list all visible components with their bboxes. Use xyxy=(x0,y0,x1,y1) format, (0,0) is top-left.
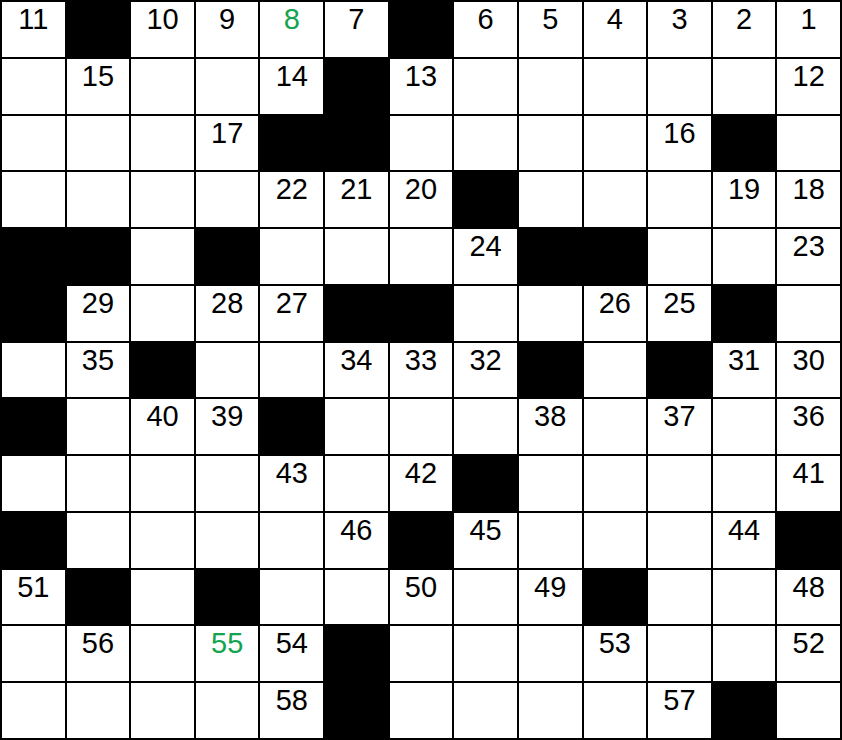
crossword-cell[interactable]: 42 xyxy=(390,456,453,511)
crossword-cell[interactable] xyxy=(131,683,194,738)
crossword-cell[interactable] xyxy=(131,59,194,114)
clue-number: 17 xyxy=(211,116,243,148)
crossword-cell[interactable]: 51 xyxy=(2,570,65,625)
clue-number-highlighted: 8 xyxy=(284,2,300,34)
clue-number: 35 xyxy=(82,343,114,375)
crossword-cell[interactable] xyxy=(2,172,65,227)
crossword-cell[interactable] xyxy=(260,343,323,398)
clue-number: 16 xyxy=(663,116,695,148)
block-cell xyxy=(713,683,776,738)
clue-number: 30 xyxy=(793,343,825,375)
crossword-cell[interactable] xyxy=(390,683,453,738)
crossword-cell[interactable]: 16 xyxy=(648,116,711,171)
crossword-cell[interactable]: 18 xyxy=(777,172,840,227)
clue-number: 26 xyxy=(599,286,631,318)
crossword-cell[interactable] xyxy=(648,229,711,284)
crossword-cell[interactable]: 32 xyxy=(454,343,517,398)
crossword-cell[interactable]: 39 xyxy=(196,399,259,454)
clue-number: 13 xyxy=(405,59,437,91)
crossword-cell[interactable] xyxy=(584,116,647,171)
crossword-cell[interactable] xyxy=(131,456,194,511)
crossword-cell[interactable] xyxy=(584,399,647,454)
block-cell xyxy=(196,570,259,625)
crossword-cell[interactable]: 57 xyxy=(648,683,711,738)
crossword-cell[interactable]: 44 xyxy=(713,513,776,568)
crossword-cell[interactable] xyxy=(67,399,130,454)
block-cell xyxy=(584,570,647,625)
crossword-cell[interactable]: 26 xyxy=(584,286,647,341)
crossword-cell[interactable] xyxy=(325,399,388,454)
crossword-cell[interactable] xyxy=(584,456,647,511)
clue-number: 3 xyxy=(671,2,687,34)
crossword-cell[interactable]: 45 xyxy=(454,513,517,568)
crossword-cell[interactable] xyxy=(260,513,323,568)
clue-number: 53 xyxy=(599,626,631,658)
crossword-cell[interactable]: 10 xyxy=(131,2,194,57)
crossword-cell[interactable] xyxy=(584,683,647,738)
crossword-cell[interactable] xyxy=(390,626,453,681)
crossword-cell[interactable] xyxy=(713,399,776,454)
crossword-cell[interactable] xyxy=(196,683,259,738)
crossword-cell[interactable]: 23 xyxy=(777,229,840,284)
crossword-cell[interactable] xyxy=(67,172,130,227)
crossword-cell[interactable] xyxy=(196,456,259,511)
crossword-cell[interactable]: 5 xyxy=(519,2,582,57)
clue-number: 49 xyxy=(534,570,566,602)
clue-number: 20 xyxy=(405,172,437,204)
crossword-cell[interactable] xyxy=(648,456,711,511)
crossword-cell[interactable] xyxy=(196,513,259,568)
clue-number: 31 xyxy=(728,343,760,375)
crossword-cell[interactable] xyxy=(713,626,776,681)
clue-number: 10 xyxy=(146,2,178,34)
clue-number: 32 xyxy=(469,343,501,375)
crossword-cell[interactable]: 34 xyxy=(325,343,388,398)
crossword-cell[interactable] xyxy=(584,343,647,398)
crossword-cell[interactable]: 56 xyxy=(67,626,130,681)
crossword-cell[interactable] xyxy=(454,116,517,171)
crossword-cell[interactable]: 13 xyxy=(390,59,453,114)
crossword-cell[interactable] xyxy=(519,59,582,114)
block-cell xyxy=(519,343,582,398)
crossword-cell[interactable] xyxy=(196,343,259,398)
crossword-cell[interactable]: 37 xyxy=(648,399,711,454)
block-cell xyxy=(648,343,711,398)
crossword-cell[interactable] xyxy=(519,172,582,227)
crossword-cell[interactable] xyxy=(713,59,776,114)
clue-number: 14 xyxy=(276,59,308,91)
crossword-cell[interactable] xyxy=(648,626,711,681)
clue-number: 51 xyxy=(17,570,49,602)
block-cell xyxy=(131,343,194,398)
clue-number: 42 xyxy=(405,456,437,488)
block-cell xyxy=(260,116,323,171)
block-cell xyxy=(584,229,647,284)
crossword-cell[interactable] xyxy=(454,626,517,681)
crossword-cell[interactable] xyxy=(2,456,65,511)
crossword-cell[interactable]: 50 xyxy=(390,570,453,625)
crossword-cell[interactable] xyxy=(519,116,582,171)
crossword-cell[interactable] xyxy=(648,59,711,114)
clue-number: 57 xyxy=(663,683,695,715)
crossword-cell[interactable] xyxy=(325,570,388,625)
clue-number: 25 xyxy=(663,286,695,318)
crossword-cell[interactable]: 3 xyxy=(648,2,711,57)
clue-number: 18 xyxy=(793,172,825,204)
block-cell xyxy=(325,59,388,114)
crossword-cell[interactable]: 9 xyxy=(196,2,259,57)
crossword-cell[interactable]: 12 xyxy=(777,59,840,114)
crossword-cell[interactable] xyxy=(648,570,711,625)
block-cell xyxy=(2,229,65,284)
block-cell xyxy=(390,513,453,568)
crossword-board: 1110987654321151413121716222120191824232… xyxy=(0,0,842,740)
crossword-cell[interactable] xyxy=(131,116,194,171)
block-cell xyxy=(67,570,130,625)
crossword-cell[interactable]: 41 xyxy=(777,456,840,511)
crossword-cell[interactable]: 36 xyxy=(777,399,840,454)
clue-number: 46 xyxy=(340,513,372,545)
block-cell xyxy=(390,2,453,57)
crossword-cell[interactable]: 48 xyxy=(777,570,840,625)
clue-number: 15 xyxy=(82,59,114,91)
crossword-cell[interactable]: 2 xyxy=(713,2,776,57)
block-cell xyxy=(67,2,130,57)
clue-number: 27 xyxy=(276,286,308,318)
clue-number: 2 xyxy=(736,2,752,34)
crossword-cell[interactable] xyxy=(67,456,130,511)
block-cell xyxy=(325,286,388,341)
crossword-cell[interactable]: 49 xyxy=(519,570,582,625)
clue-number: 58 xyxy=(276,683,308,715)
crossword-cell[interactable] xyxy=(584,513,647,568)
clue-number: 19 xyxy=(728,172,760,204)
crossword-cell[interactable] xyxy=(131,570,194,625)
crossword-cell[interactable] xyxy=(325,456,388,511)
clue-number: 24 xyxy=(469,229,501,261)
crossword-cell[interactable]: 28 xyxy=(196,286,259,341)
block-cell xyxy=(777,513,840,568)
crossword-cell[interactable] xyxy=(454,286,517,341)
crossword-cell[interactable]: 58 xyxy=(260,683,323,738)
clue-number: 37 xyxy=(663,399,695,431)
crossword-cell[interactable]: 6 xyxy=(454,2,517,57)
clue-number: 40 xyxy=(146,399,178,431)
crossword-cell[interactable]: 1 xyxy=(777,2,840,57)
block-cell xyxy=(519,229,582,284)
clue-number: 9 xyxy=(219,2,235,34)
clue-number: 6 xyxy=(478,2,494,34)
crossword-cell[interactable]: 29 xyxy=(67,286,130,341)
clue-number: 52 xyxy=(793,626,825,658)
clue-number: 12 xyxy=(793,59,825,91)
clue-number: 54 xyxy=(276,626,308,658)
crossword-cell[interactable] xyxy=(131,286,194,341)
clue-number: 45 xyxy=(469,513,501,545)
block-cell xyxy=(390,286,453,341)
clue-number: 5 xyxy=(542,2,558,34)
clue-number-highlighted: 55 xyxy=(211,626,243,658)
block-cell xyxy=(454,456,517,511)
block-cell xyxy=(67,229,130,284)
crossword-cell[interactable] xyxy=(196,172,259,227)
crossword-cell[interactable]: 19 xyxy=(713,172,776,227)
crossword-cell[interactable]: 27 xyxy=(260,286,323,341)
crossword-cell[interactable]: 46 xyxy=(325,513,388,568)
block-cell xyxy=(2,399,65,454)
crossword-cell[interactable] xyxy=(2,683,65,738)
crossword-cell[interactable] xyxy=(454,59,517,114)
clue-number: 38 xyxy=(534,399,566,431)
clue-number: 22 xyxy=(276,172,308,204)
crossword-cell[interactable] xyxy=(584,172,647,227)
crossword-cell[interactable] xyxy=(131,513,194,568)
crossword-cell[interactable] xyxy=(519,626,582,681)
clue-number: 50 xyxy=(405,570,437,602)
crossword-cell[interactable]: 52 xyxy=(777,626,840,681)
crossword-cell[interactable] xyxy=(390,116,453,171)
crossword-cell[interactable]: 7 xyxy=(325,2,388,57)
block-cell xyxy=(260,399,323,454)
crossword-cell[interactable] xyxy=(519,286,582,341)
crossword-cell[interactable] xyxy=(2,343,65,398)
crossword-cell[interactable] xyxy=(519,456,582,511)
crossword-grid: 1110987654321151413121716222120191824232… xyxy=(0,0,842,740)
clue-number: 43 xyxy=(276,456,308,488)
crossword-cell[interactable] xyxy=(67,513,130,568)
crossword-cell[interactable]: 25 xyxy=(648,286,711,341)
crossword-cell[interactable]: 30 xyxy=(777,343,840,398)
crossword-cell[interactable] xyxy=(67,683,130,738)
crossword-cell[interactable]: 14 xyxy=(260,59,323,114)
clue-number: 7 xyxy=(348,2,364,34)
crossword-cell[interactable] xyxy=(713,570,776,625)
block-cell xyxy=(325,683,388,738)
crossword-cell[interactable] xyxy=(2,626,65,681)
block-cell xyxy=(325,626,388,681)
crossword-cell[interactable]: 53 xyxy=(584,626,647,681)
clue-number: 39 xyxy=(211,399,243,431)
crossword-cell[interactable]: 31 xyxy=(713,343,776,398)
block-cell xyxy=(454,172,517,227)
crossword-cell[interactable] xyxy=(260,570,323,625)
crossword-cell[interactable]: 15 xyxy=(67,59,130,114)
crossword-cell[interactable]: 55 xyxy=(196,626,259,681)
crossword-cell[interactable] xyxy=(260,229,323,284)
crossword-cell[interactable]: 38 xyxy=(519,399,582,454)
clue-number: 44 xyxy=(728,513,760,545)
clue-number: 23 xyxy=(793,229,825,261)
crossword-cell[interactable] xyxy=(454,570,517,625)
crossword-cell[interactable] xyxy=(648,172,711,227)
crossword-cell[interactable] xyxy=(777,286,840,341)
crossword-cell[interactable] xyxy=(325,229,388,284)
crossword-cell[interactable] xyxy=(713,229,776,284)
crossword-cell[interactable]: 43 xyxy=(260,456,323,511)
clue-number: 48 xyxy=(793,570,825,602)
crossword-cell[interactable]: 24 xyxy=(454,229,517,284)
crossword-cell[interactable] xyxy=(584,59,647,114)
crossword-cell[interactable]: 54 xyxy=(260,626,323,681)
block-cell xyxy=(325,116,388,171)
crossword-cell[interactable] xyxy=(519,513,582,568)
crossword-cell[interactable] xyxy=(519,683,582,738)
block-cell xyxy=(713,116,776,171)
crossword-cell[interactable] xyxy=(131,626,194,681)
clue-number: 11 xyxy=(18,2,48,34)
crossword-cell[interactable] xyxy=(196,59,259,114)
block-cell xyxy=(196,229,259,284)
crossword-cell[interactable] xyxy=(454,399,517,454)
block-cell xyxy=(2,513,65,568)
crossword-cell[interactable] xyxy=(777,683,840,738)
crossword-cell[interactable]: 22 xyxy=(260,172,323,227)
crossword-cell[interactable] xyxy=(390,399,453,454)
crossword-cell[interactable] xyxy=(648,513,711,568)
crossword-cell[interactable]: 20 xyxy=(390,172,453,227)
crossword-cell[interactable]: 11 xyxy=(2,2,65,57)
crossword-cell[interactable] xyxy=(2,59,65,114)
clue-number: 56 xyxy=(82,626,114,658)
crossword-cell[interactable] xyxy=(67,116,130,171)
clue-number: 33 xyxy=(405,343,437,375)
crossword-cell[interactable]: 17 xyxy=(196,116,259,171)
block-cell xyxy=(2,286,65,341)
clue-number: 34 xyxy=(340,343,372,375)
crossword-cell[interactable]: 4 xyxy=(584,2,647,57)
crossword-cell[interactable] xyxy=(713,456,776,511)
crossword-cell[interactable]: 21 xyxy=(325,172,388,227)
clue-number: 29 xyxy=(82,286,114,318)
clue-number: 21 xyxy=(340,172,372,204)
crossword-cell[interactable] xyxy=(454,683,517,738)
crossword-cell[interactable] xyxy=(131,229,194,284)
crossword-cell[interactable] xyxy=(2,116,65,171)
crossword-cell[interactable] xyxy=(131,172,194,227)
clue-number: 4 xyxy=(607,2,623,34)
clue-number: 41 xyxy=(793,456,825,488)
crossword-cell[interactable]: 8 xyxy=(260,2,323,57)
crossword-cell[interactable]: 40 xyxy=(131,399,194,454)
clue-number: 36 xyxy=(793,399,825,431)
crossword-cell[interactable] xyxy=(390,229,453,284)
clue-number: 28 xyxy=(211,286,243,318)
crossword-cell[interactable]: 35 xyxy=(67,343,130,398)
clue-number: 1 xyxy=(801,2,817,34)
crossword-cell[interactable] xyxy=(777,116,840,171)
crossword-cell[interactable]: 33 xyxy=(390,343,453,398)
block-cell xyxy=(713,286,776,341)
